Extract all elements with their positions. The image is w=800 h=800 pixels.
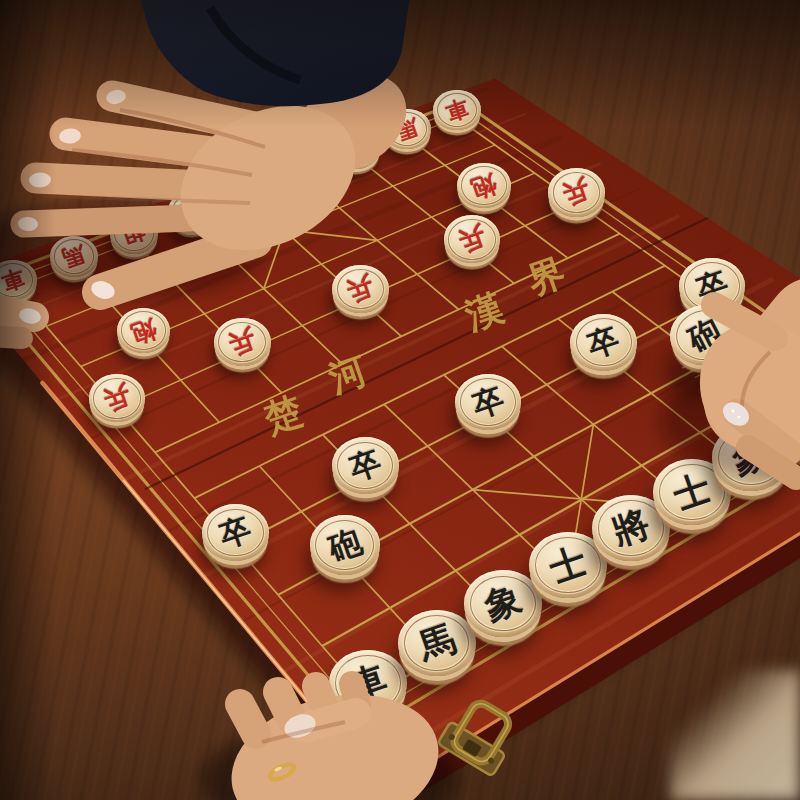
finger-tip	[0, 336, 22, 338]
hands-overlay	[0, 0, 800, 800]
knuckle	[240, 704, 256, 734]
near-player-right-hand	[660, 298, 800, 481]
knuckle	[316, 686, 326, 710]
xiangqi-photo-scene: 楚河漢界 車馬相仕帥仕相馬車炮炮兵兵兵兵兵卒卒卒卒卒砲砲車馬象士將士象馬車	[0, 0, 800, 800]
knuckle	[278, 692, 292, 720]
far-player-hand	[0, 0, 425, 302]
near-player-left-hand	[200, 675, 460, 800]
nail-glitter	[738, 416, 741, 419]
far-player-fingertip	[0, 306, 42, 338]
nail-glitter	[732, 410, 735, 413]
sleeve	[140, 0, 410, 106]
